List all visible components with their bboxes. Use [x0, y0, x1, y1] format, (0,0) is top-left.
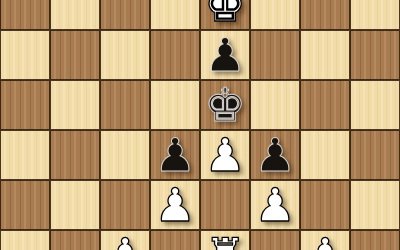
square-c4[interactable] — [100, 130, 150, 180]
square-d5[interactable] — [150, 80, 200, 130]
square-e2[interactable]: ♜ — [200, 230, 250, 250]
square-a6[interactable] — [0, 30, 50, 80]
white-pawn-f3[interactable]: ♟ — [250, 180, 300, 230]
square-g2[interactable]: ♟ — [300, 230, 350, 250]
black-pawn-e6[interactable]: ♟ — [200, 30, 250, 80]
square-d3[interactable]: ♟ — [150, 180, 200, 230]
black-king-e5[interactable]: ♚ — [200, 80, 250, 130]
square-e3[interactable] — [200, 180, 250, 230]
square-d6[interactable] — [150, 30, 200, 80]
square-b5[interactable] — [50, 80, 100, 130]
square-g4[interactable] — [300, 130, 350, 180]
square-a5[interactable] — [0, 80, 50, 130]
square-f7[interactable] — [250, 0, 300, 30]
square-e7[interactable]: ♚ — [200, 0, 250, 30]
square-d2[interactable] — [150, 230, 200, 250]
square-e4[interactable]: ♟ — [200, 130, 250, 180]
square-d7[interactable] — [150, 0, 200, 30]
square-h2[interactable] — [350, 230, 400, 250]
square-b4[interactable] — [50, 130, 100, 180]
square-a3[interactable] — [0, 180, 50, 230]
square-b7[interactable] — [50, 0, 100, 30]
black-pawn-d4[interactable]: ♟ — [150, 130, 200, 180]
square-d4[interactable]: ♟ — [150, 130, 200, 180]
square-a7[interactable] — [0, 0, 50, 30]
square-g3[interactable] — [300, 180, 350, 230]
square-g5[interactable] — [300, 80, 350, 130]
square-h5[interactable] — [350, 80, 400, 130]
square-h7[interactable] — [350, 0, 400, 30]
chessboard-viewport: ♚♟♚♟♟♟♟♟♟♜♟ — [0, 0, 400, 250]
white-rook-e2[interactable]: ♜ — [200, 230, 250, 250]
square-f2[interactable] — [250, 230, 300, 250]
square-a4[interactable] — [0, 130, 50, 180]
square-c6[interactable] — [100, 30, 150, 80]
square-b3[interactable] — [50, 180, 100, 230]
square-f4[interactable]: ♟ — [250, 130, 300, 180]
square-c2[interactable]: ♟ — [100, 230, 150, 250]
black-pawn-f4[interactable]: ♟ — [250, 130, 300, 180]
square-b2[interactable] — [50, 230, 100, 250]
square-h4[interactable] — [350, 130, 400, 180]
square-g7[interactable] — [300, 0, 350, 30]
white-king-e7[interactable]: ♚ — [200, 0, 250, 30]
square-h6[interactable] — [350, 30, 400, 80]
white-pawn-g2[interactable]: ♟ — [300, 230, 350, 250]
square-f5[interactable] — [250, 80, 300, 130]
white-pawn-d3[interactable]: ♟ — [150, 180, 200, 230]
square-c7[interactable] — [100, 0, 150, 30]
square-c5[interactable] — [100, 80, 150, 130]
square-a2[interactable] — [0, 230, 50, 250]
chessboard: ♚♟♚♟♟♟♟♟♟♜♟ — [0, 0, 400, 250]
square-f6[interactable] — [250, 30, 300, 80]
square-e6[interactable]: ♟ — [200, 30, 250, 80]
square-b6[interactable] — [50, 30, 100, 80]
square-e5[interactable]: ♚ — [200, 80, 250, 130]
square-h3[interactable] — [350, 180, 400, 230]
square-g6[interactable] — [300, 30, 350, 80]
square-c3[interactable] — [100, 180, 150, 230]
white-pawn-e4[interactable]: ♟ — [200, 130, 250, 180]
white-pawn-c2[interactable]: ♟ — [100, 230, 150, 250]
square-f3[interactable]: ♟ — [250, 180, 300, 230]
